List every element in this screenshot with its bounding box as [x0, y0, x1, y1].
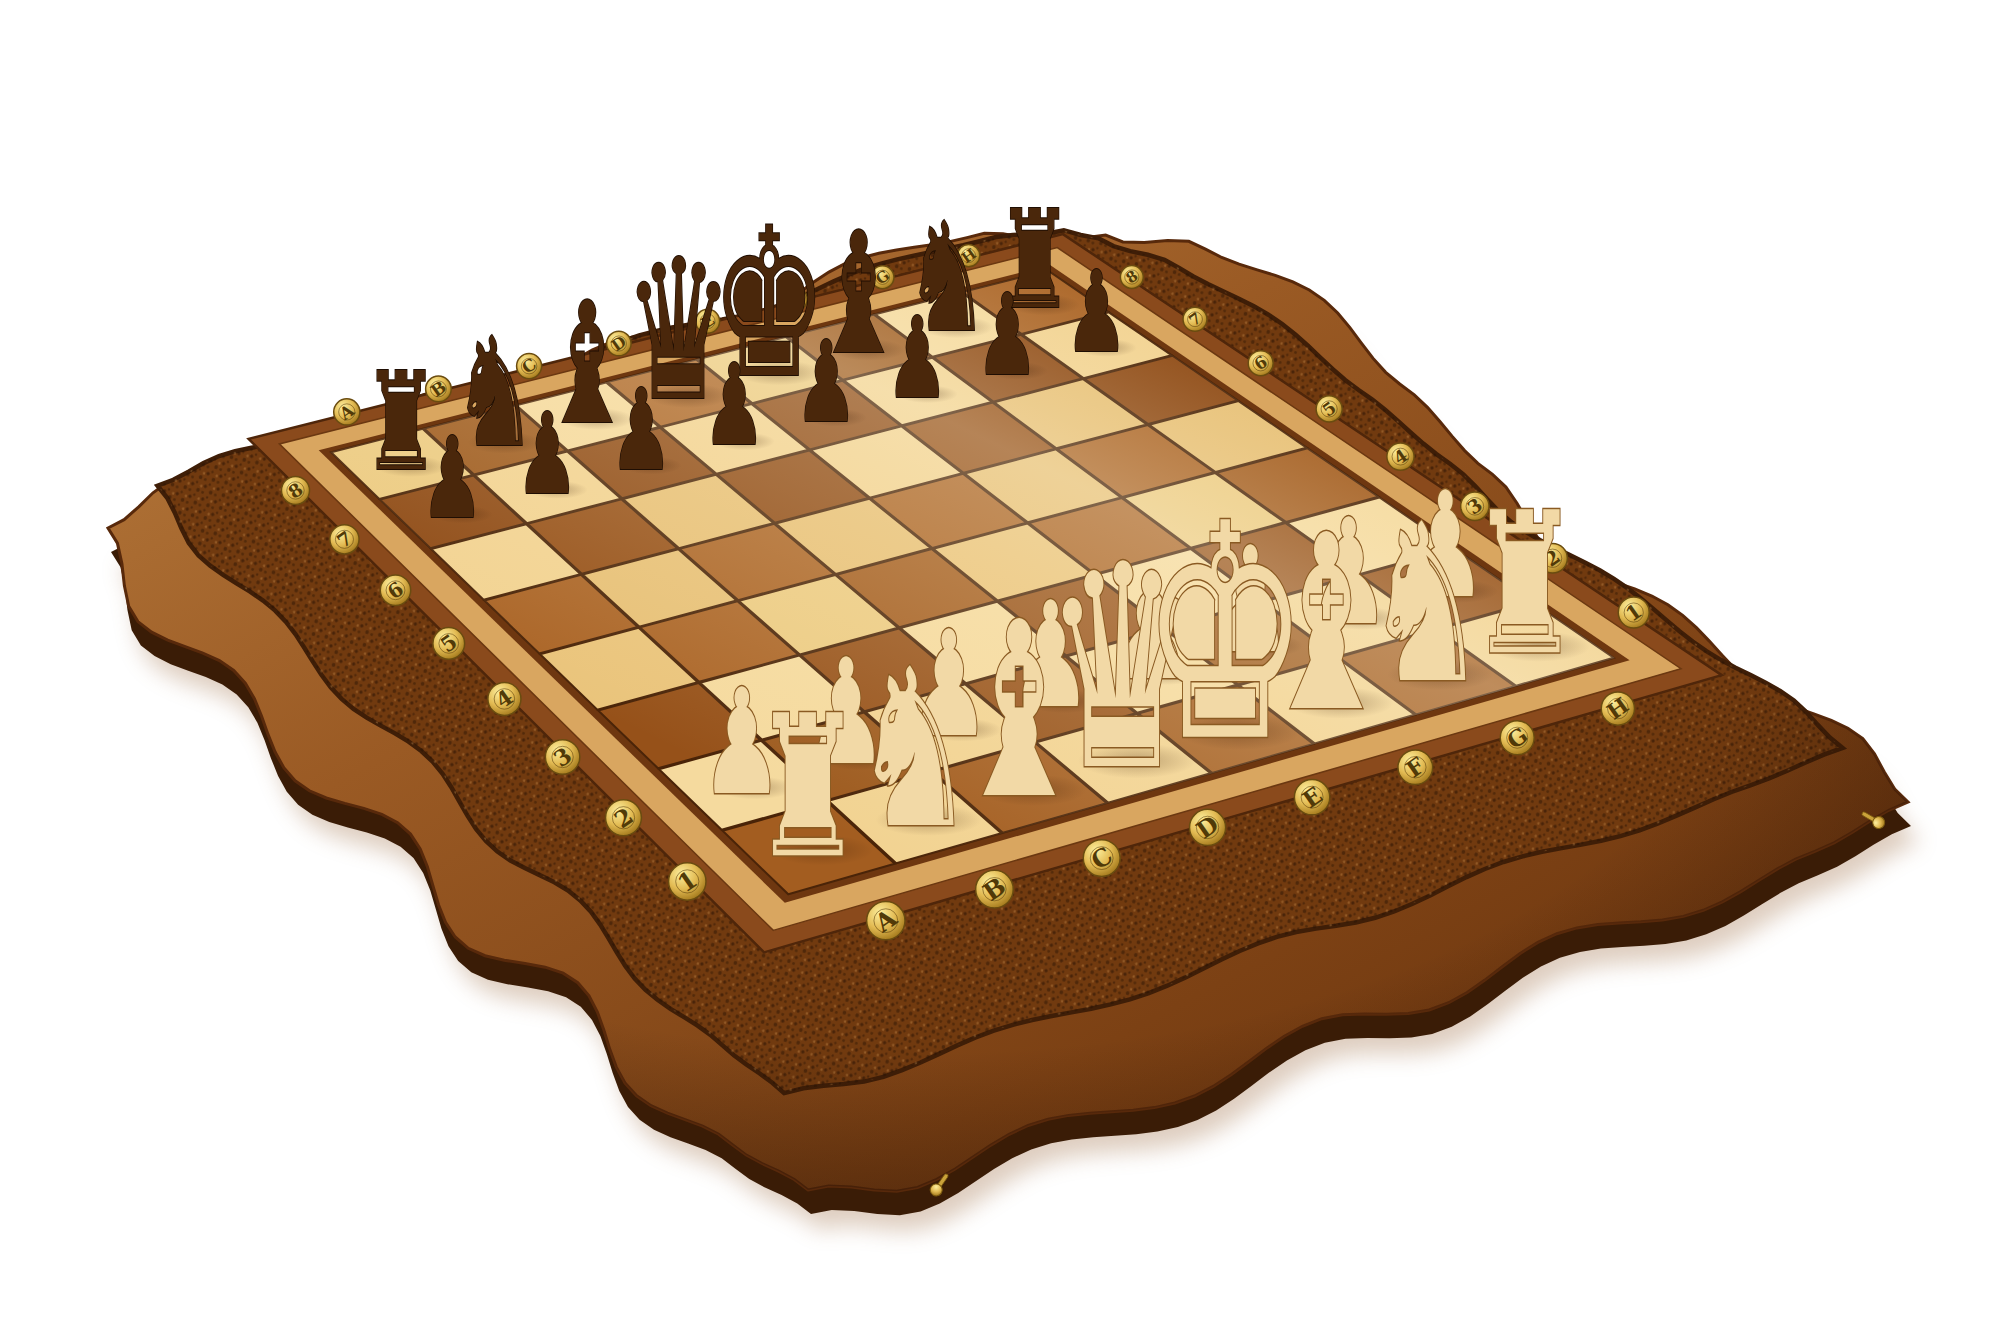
- medallion-file-h-front: H: [1601, 692, 1634, 725]
- piece-black-pawn-d7[interactable]: ♟: [703, 340, 767, 470]
- piece-black-pawn-g7[interactable]: ♟: [976, 270, 1040, 400]
- medallion-file-b-front: B: [976, 870, 1014, 908]
- medallion-rank-6-left: 6: [380, 575, 410, 605]
- medallion-rank-1-left: 1: [669, 863, 706, 900]
- medallion-rank-5-left: 5: [433, 628, 465, 660]
- chess-board: 11AA22BB33CC44DD55EE66FF77GG88HH♜♞♝♛♚♝♞♜…: [0, 0, 2000, 1333]
- medallion-file-a-back: A: [334, 399, 360, 425]
- medallion-rank-6-right: 6: [1248, 351, 1273, 376]
- medallion-rank-5-right: 5: [1316, 396, 1342, 422]
- piece-black-pawn-c7[interactable]: ♟: [610, 364, 674, 494]
- medallion-file-a-front: A: [867, 901, 905, 939]
- medallion-file-c-front: C: [1083, 840, 1120, 877]
- piece-black-pawn-f7[interactable]: ♟: [886, 293, 950, 423]
- piece-black-pawn-e7[interactable]: ♟: [795, 316, 859, 446]
- piece-black-pawn-b7[interactable]: ♟: [516, 389, 580, 519]
- medallion-rank-1-right: 1: [1618, 597, 1649, 628]
- piece-black-pawn-a7[interactable]: ♟: [420, 413, 484, 543]
- piece-white-rook-h1[interactable]: ♜: [1469, 470, 1580, 699]
- piece-black-pawn-h7[interactable]: ♟: [1065, 247, 1129, 377]
- medallion-rank-3-left: 3: [545, 740, 579, 774]
- medallion-rank-2-left: 2: [606, 800, 642, 836]
- medallion-file-g-front: G: [1500, 721, 1534, 755]
- medallion-rank-4-left: 4: [488, 682, 521, 715]
- medallion-file-f-front: F: [1398, 750, 1433, 785]
- medallion-rank-8-left: 8: [281, 476, 309, 504]
- photo-background: 11AA22BB33CC44DD55EE66FF77GG88HH♜♞♝♛♚♝♞♜…: [0, 0, 2000, 1333]
- medallion-rank-7-left: 7: [330, 525, 359, 554]
- medallion-rank-7-right: 7: [1183, 307, 1207, 331]
- piece-white-rook-a1[interactable]: ♜: [753, 673, 864, 902]
